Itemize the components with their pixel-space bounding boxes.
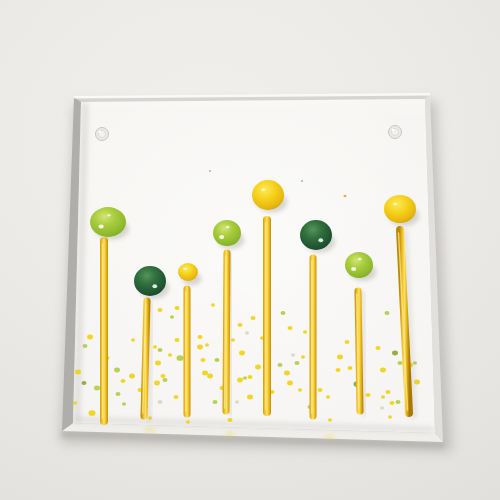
frit-speckle (122, 402, 126, 405)
glass-dot-yellow (252, 180, 284, 210)
frit-speckle (116, 392, 121, 396)
frit-speckle (94, 386, 100, 391)
frit-speckle (248, 375, 253, 379)
glass-dot-yellow (178, 263, 198, 281)
dot-glint (351, 267, 356, 271)
frit-speckle (247, 395, 253, 400)
frit-speckle (213, 400, 218, 404)
frit-speckle (228, 418, 233, 422)
frit-speckle (298, 388, 302, 391)
wall (0, 0, 500, 500)
dot-glint (99, 225, 104, 229)
frit-speckle (131, 338, 135, 341)
dot-glint (219, 235, 224, 239)
dot-glint (393, 203, 397, 206)
frit-speckle (73, 401, 77, 404)
frit-speckle (386, 390, 391, 394)
frit-speckle (154, 381, 160, 386)
glass-dot-lime (90, 207, 126, 237)
frit-speckle (201, 358, 206, 362)
glass-dot-darkgreen (134, 266, 166, 296)
panel-sheen (73, 99, 435, 433)
edge-glint (225, 432, 235, 436)
frit-speckle (197, 345, 203, 350)
frit-speckle (291, 353, 295, 356)
frit-speckle (337, 355, 343, 360)
frit-speckle (198, 335, 203, 339)
frit-speckle (381, 395, 385, 398)
frit-speckle (301, 355, 305, 358)
edge-glint (325, 435, 335, 439)
frit-speckle (89, 410, 96, 416)
dot-glint (318, 238, 323, 242)
frit-speckle (153, 345, 157, 348)
frit-speckle (121, 379, 126, 383)
frit-speckle (215, 358, 220, 362)
frit-speckle (238, 323, 243, 327)
dot-glint (107, 214, 111, 217)
frit-speckle (129, 374, 135, 379)
frit-speckle (392, 351, 398, 356)
frit-speckle (155, 361, 161, 366)
frit-speckle (170, 315, 174, 318)
frit-speckle (161, 374, 166, 378)
frit-speckle (336, 368, 341, 372)
frit-speckle (158, 308, 163, 312)
stem-highlight (225, 256, 226, 408)
dot-glint (226, 226, 230, 229)
frit-speckle (288, 326, 293, 330)
frit-speckle (284, 371, 290, 376)
frit-speckle (255, 365, 261, 370)
frit-speckle (326, 395, 330, 398)
frit-speckle (158, 348, 163, 352)
frit-speckle (385, 311, 390, 315)
frit-speckle (205, 343, 209, 346)
frit-speckle (398, 361, 403, 365)
frit-speckle (380, 406, 384, 409)
frit-speckle (114, 368, 120, 373)
frit-speckle (328, 418, 332, 421)
frit-speckle (345, 340, 350, 344)
frit-speckle (175, 338, 180, 342)
frit-speckle (301, 180, 303, 182)
frit-speckle (211, 303, 215, 306)
frit-speckle (243, 376, 247, 379)
frit-speckle (87, 335, 93, 340)
frit-speckle (207, 374, 213, 379)
mounting-hole-glint (99, 131, 102, 134)
frit-speckle (245, 331, 249, 334)
frit-speckle (202, 371, 208, 376)
dot-glint (261, 188, 265, 191)
frit-speckle (344, 195, 347, 197)
edge-glint (144, 428, 156, 432)
frit-speckle (158, 400, 163, 404)
frit-speckle (376, 346, 381, 350)
dot-glint (183, 267, 187, 270)
frit-speckle (75, 370, 81, 375)
dot-glint (358, 258, 362, 261)
glass-dot-lime (213, 220, 241, 246)
glass-dot-darkgreen (300, 220, 332, 250)
frit-speckle (239, 351, 245, 356)
glass-dot-yellow (384, 195, 416, 223)
frit-speckle (82, 381, 87, 385)
frit-speckle (83, 344, 88, 348)
glass-panel-artwork (0, 0, 500, 500)
frit-speckle (177, 355, 184, 361)
frit-speckle (295, 361, 300, 365)
frit-speckle (303, 330, 307, 333)
glass-dot-lime (345, 252, 373, 278)
frit-speckle (251, 316, 256, 320)
frit-speckle (396, 400, 401, 404)
mounting-hole-glint (392, 129, 395, 132)
frit-speckle (388, 415, 392, 418)
frit-speckle (175, 306, 180, 310)
frit-speckle (186, 420, 190, 423)
frit-speckle (287, 381, 293, 386)
frit-speckle (209, 170, 211, 172)
frit-speckle (348, 366, 353, 370)
frit-speckle (235, 400, 239, 403)
frit-speckle (278, 363, 283, 367)
frit-speckle (163, 378, 168, 382)
frit-speckle (380, 368, 386, 373)
frit-speckle (168, 353, 172, 356)
frit-speckle (237, 378, 243, 383)
frit-speckle (174, 395, 179, 399)
dot-glint (152, 284, 157, 288)
frit-speckle (390, 401, 395, 405)
frit-speckle (281, 311, 286, 315)
